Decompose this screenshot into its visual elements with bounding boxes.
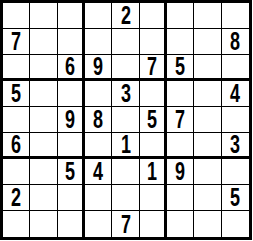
sudoku-board: 278697553498576135419257 <box>0 0 252 240</box>
given-digit: 7 <box>147 55 157 79</box>
cell-r3c8[interactable] <box>194 55 221 81</box>
cell-r3c9[interactable] <box>222 55 249 81</box>
cell-r3c3[interactable]: 6 <box>58 55 85 81</box>
cell-r1c4[interactable] <box>85 3 112 29</box>
cell-r3c7[interactable]: 5 <box>167 55 194 81</box>
cell-r9c7[interactable] <box>167 211 194 237</box>
given-digit: 7 <box>120 212 130 237</box>
given-digit: 5 <box>11 81 21 106</box>
cell-r7c3[interactable]: 5 <box>58 159 85 185</box>
cell-r6c3[interactable] <box>58 133 85 159</box>
cell-r1c5[interactable]: 2 <box>112 3 139 29</box>
cell-r1c9[interactable] <box>222 3 249 29</box>
cell-r2c8[interactable] <box>194 29 221 55</box>
cell-r2c1[interactable]: 7 <box>3 29 30 55</box>
given-digit: 3 <box>120 81 130 106</box>
given-digit: 6 <box>11 133 21 157</box>
cell-r8c6[interactable] <box>140 185 167 211</box>
cell-r7c1[interactable] <box>3 159 30 185</box>
cell-r9c6[interactable] <box>140 211 167 237</box>
given-digit: 2 <box>120 3 130 28</box>
cell-r4c7[interactable] <box>167 81 194 107</box>
cell-r1c2[interactable] <box>30 3 57 29</box>
cell-r6c8[interactable] <box>194 133 221 159</box>
cell-r7c2[interactable] <box>30 159 57 185</box>
cell-r9c1[interactable] <box>3 211 30 237</box>
given-digit: 5 <box>147 107 157 132</box>
cell-r8c3[interactable] <box>58 185 85 211</box>
cell-r3c5[interactable] <box>112 55 139 81</box>
cell-r7c7[interactable]: 9 <box>167 159 194 185</box>
given-digit: 4 <box>93 159 103 184</box>
given-digit: 5 <box>230 185 240 210</box>
cell-r8c7[interactable] <box>167 185 194 211</box>
given-digit: 1 <box>147 159 157 184</box>
cell-r8c5[interactable] <box>112 185 139 211</box>
cell-r2c7[interactable] <box>167 29 194 55</box>
cell-r7c5[interactable] <box>112 159 139 185</box>
cell-r1c8[interactable] <box>194 3 221 29</box>
given-digit: 1 <box>120 133 130 157</box>
cell-r2c4[interactable] <box>85 29 112 55</box>
given-digit: 8 <box>230 29 240 54</box>
cell-r3c2[interactable] <box>30 55 57 81</box>
cell-r3c6[interactable]: 7 <box>140 55 167 81</box>
cell-r2c6[interactable] <box>140 29 167 55</box>
cell-r9c9[interactable] <box>222 211 249 237</box>
given-digit: 8 <box>93 107 103 132</box>
cell-r3c4[interactable]: 9 <box>85 55 112 81</box>
cell-r7c6[interactable]: 1 <box>140 159 167 185</box>
cell-r1c6[interactable] <box>140 3 167 29</box>
cell-r8c1[interactable]: 2 <box>3 185 30 211</box>
cell-r5c9[interactable] <box>222 107 249 133</box>
cell-r6c6[interactable] <box>140 133 167 159</box>
cell-r5c1[interactable] <box>3 107 30 133</box>
cell-r7c4[interactable]: 4 <box>85 159 112 185</box>
cell-r4c4[interactable] <box>85 81 112 107</box>
cell-r6c7[interactable] <box>167 133 194 159</box>
cell-r1c3[interactable] <box>58 3 85 29</box>
cell-r9c2[interactable] <box>30 211 57 237</box>
cell-r2c3[interactable] <box>58 29 85 55</box>
cell-r5c4[interactable]: 8 <box>85 107 112 133</box>
cell-r9c4[interactable] <box>85 211 112 237</box>
cell-r7c8[interactable] <box>194 159 221 185</box>
cell-r5c2[interactable] <box>30 107 57 133</box>
cell-r2c9[interactable]: 8 <box>222 29 249 55</box>
cell-r6c1[interactable]: 6 <box>3 133 30 159</box>
cell-r9c8[interactable] <box>194 211 221 237</box>
cell-r6c5[interactable]: 1 <box>112 133 139 159</box>
cell-r1c1[interactable] <box>3 3 30 29</box>
given-digit: 2 <box>11 185 21 210</box>
given-digit: 5 <box>175 55 185 79</box>
cell-r5c6[interactable]: 5 <box>140 107 167 133</box>
cell-r5c5[interactable] <box>112 107 139 133</box>
cell-r4c8[interactable] <box>194 81 221 107</box>
cell-r4c5[interactable]: 3 <box>112 81 139 107</box>
cell-r4c6[interactable] <box>140 81 167 107</box>
given-digit: 7 <box>11 29 21 54</box>
cell-r8c9[interactable]: 5 <box>222 185 249 211</box>
cell-r4c9[interactable]: 4 <box>222 81 249 107</box>
cell-r5c3[interactable]: 9 <box>58 107 85 133</box>
cell-r4c3[interactable] <box>58 81 85 107</box>
cell-r5c8[interactable] <box>194 107 221 133</box>
cell-r6c9[interactable]: 3 <box>222 133 249 159</box>
cell-r6c2[interactable] <box>30 133 57 159</box>
given-digit: 9 <box>175 159 185 184</box>
cell-r3c1[interactable] <box>3 55 30 81</box>
cell-r4c2[interactable] <box>30 81 57 107</box>
cell-r7c9[interactable] <box>222 159 249 185</box>
given-digit: 9 <box>65 107 75 132</box>
given-digit: 4 <box>230 81 240 106</box>
cell-r8c2[interactable] <box>30 185 57 211</box>
cell-r8c4[interactable] <box>85 185 112 211</box>
cell-r6c4[interactable] <box>85 133 112 159</box>
cell-r4c1[interactable]: 5 <box>3 81 30 107</box>
given-digit: 5 <box>65 159 75 184</box>
cell-r2c2[interactable] <box>30 29 57 55</box>
cell-r9c5[interactable]: 7 <box>112 211 139 237</box>
cell-r5c7[interactable]: 7 <box>167 107 194 133</box>
cell-r8c8[interactable] <box>194 185 221 211</box>
cell-r9c3[interactable] <box>58 211 85 237</box>
given-digit: 6 <box>65 55 75 79</box>
given-digit: 3 <box>230 133 240 157</box>
given-digit: 9 <box>93 55 103 79</box>
cell-r2c5[interactable] <box>112 29 139 55</box>
cell-r1c7[interactable] <box>167 3 194 29</box>
given-digit: 7 <box>175 107 185 132</box>
